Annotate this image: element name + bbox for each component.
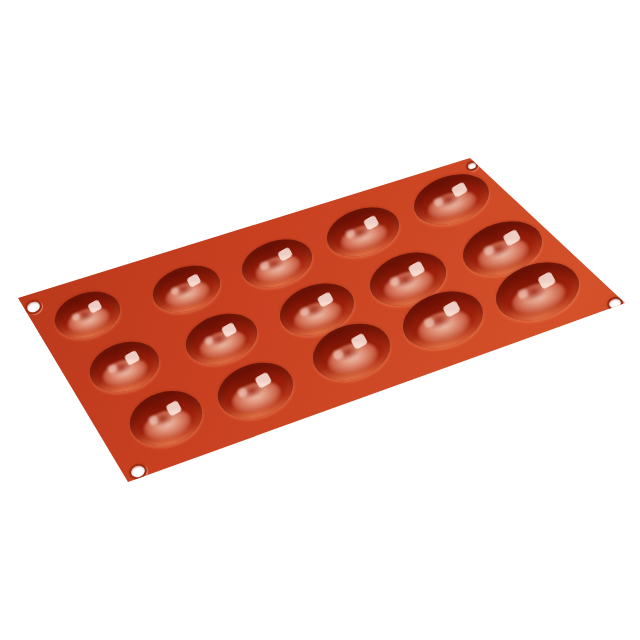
- corner-hole-right: [606, 295, 625, 312]
- mold-cavity-r1c3: [236, 231, 318, 295]
- mold-cavity-r1c4: [321, 199, 405, 265]
- mold-cavity-r1c1: [49, 284, 126, 346]
- mold-cavity-r1c2: [147, 258, 226, 320]
- corner-hole-top: [465, 159, 479, 172]
- corner-hole-left: [23, 298, 44, 317]
- mold-cavity-r3c1: [123, 382, 209, 454]
- mold-cavity-r2c1: [83, 334, 165, 401]
- corner-hole-bottom: [127, 461, 149, 481]
- product-photo-canvas: [0, 0, 640, 640]
- silicone-mold-sheet: [0, 0, 640, 640]
- mold-cavity-r2c2: [179, 305, 263, 372]
- mold-cavity-r1c5: [407, 165, 494, 232]
- mold-cavity-r3c2: [210, 353, 299, 426]
- cavity-specular-highlight-2: [432, 196, 443, 206]
